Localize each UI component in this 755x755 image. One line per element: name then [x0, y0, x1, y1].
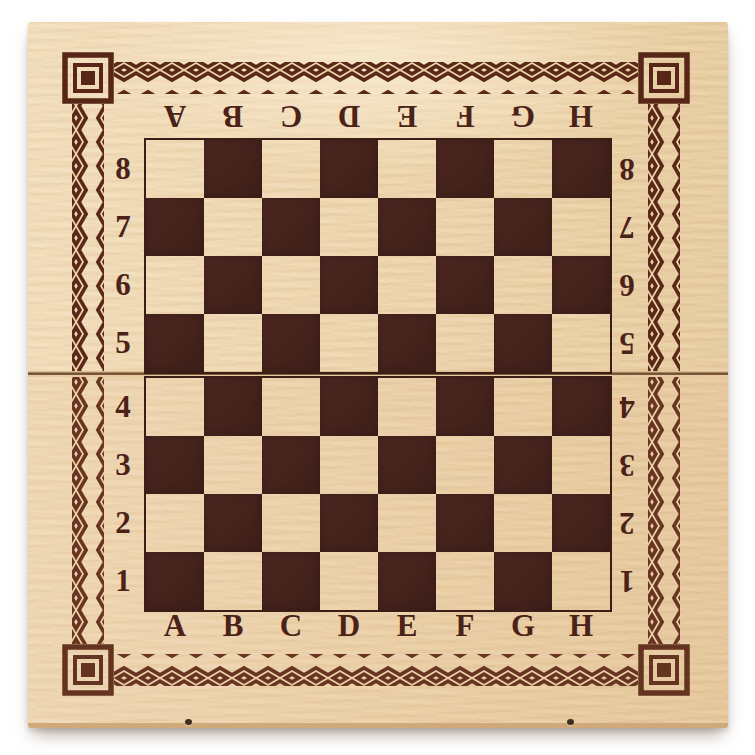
file-label-c-bottom: C — [262, 608, 320, 644]
square-b4[interactable] — [204, 378, 262, 436]
file-label-e-bottom: E — [378, 608, 436, 644]
square-d5[interactable] — [320, 314, 378, 372]
square-c3[interactable] — [262, 436, 320, 494]
square-f3[interactable] — [436, 436, 494, 494]
square-c5[interactable] — [262, 314, 320, 372]
corner-ornament-bottom-right — [641, 647, 687, 693]
square-e4[interactable] — [378, 378, 436, 436]
file-label-f-bottom: F — [436, 608, 494, 644]
file-label-b-top: B — [204, 98, 262, 134]
square-h1[interactable] — [552, 552, 610, 610]
file-label-c-top: C — [262, 98, 320, 134]
square-h7[interactable] — [552, 198, 610, 256]
file-label-h-bottom: H — [552, 608, 610, 644]
file-label-e-top: E — [378, 98, 436, 134]
rank-label-6-right: 6 — [610, 256, 644, 314]
braid-band-top — [114, 62, 638, 94]
square-h3[interactable] — [552, 436, 610, 494]
square-b6[interactable] — [204, 256, 262, 314]
file-label-b-bottom: B — [204, 608, 262, 644]
square-a6[interactable] — [146, 256, 204, 314]
board-half-top — [144, 138, 612, 374]
square-f5[interactable] — [436, 314, 494, 372]
square-e5[interactable] — [378, 314, 436, 372]
square-f8[interactable] — [436, 140, 494, 198]
rank-label-6-left: 6 — [106, 256, 140, 314]
square-a5[interactable] — [146, 314, 204, 372]
board-half-bottom — [144, 376, 612, 612]
square-b8[interactable] — [204, 140, 262, 198]
file-label-h-top: H — [552, 98, 610, 134]
braid-band-bottom — [114, 654, 638, 686]
rank-label-5-right: 5 — [610, 314, 644, 372]
rank-label-3-right: 3 — [610, 436, 644, 494]
corner-ornament-top-right — [641, 55, 687, 101]
square-a8[interactable] — [146, 140, 204, 198]
file-labels-bottom: ABCDEFGH — [146, 608, 610, 644]
file-label-g-bottom: G — [494, 608, 552, 644]
square-a2[interactable] — [146, 494, 204, 552]
square-a4[interactable] — [146, 378, 204, 436]
square-g5[interactable] — [494, 314, 552, 372]
square-c8[interactable] — [262, 140, 320, 198]
square-d2[interactable] — [320, 494, 378, 552]
corner-ornament-top-left — [65, 55, 111, 101]
square-g7[interactable] — [494, 198, 552, 256]
rank-label-8-right: 8 — [610, 140, 644, 198]
square-c7[interactable] — [262, 198, 320, 256]
square-f2[interactable] — [436, 494, 494, 552]
square-f4[interactable] — [436, 378, 494, 436]
square-g1[interactable] — [494, 552, 552, 610]
square-g2[interactable] — [494, 494, 552, 552]
rank-label-1-right: 1 — [610, 552, 644, 610]
file-label-d-bottom: D — [320, 608, 378, 644]
square-d7[interactable] — [320, 198, 378, 256]
square-d1[interactable] — [320, 552, 378, 610]
hinge-pin — [567, 719, 574, 725]
square-h5[interactable] — [552, 314, 610, 372]
square-e6[interactable] — [378, 256, 436, 314]
square-g3[interactable] — [494, 436, 552, 494]
square-c6[interactable] — [262, 256, 320, 314]
rank-label-7-left: 7 — [106, 198, 140, 256]
file-labels-top: ABCDEFGH — [146, 98, 610, 134]
square-f7[interactable] — [436, 198, 494, 256]
square-h2[interactable] — [552, 494, 610, 552]
square-d4[interactable] — [320, 378, 378, 436]
square-g6[interactable] — [494, 256, 552, 314]
square-h4[interactable] — [552, 378, 610, 436]
file-label-a-bottom: A — [146, 608, 204, 644]
square-b5[interactable] — [204, 314, 262, 372]
file-label-d-top: D — [320, 98, 378, 134]
square-b3[interactable] — [204, 436, 262, 494]
square-c2[interactable] — [262, 494, 320, 552]
square-e8[interactable] — [378, 140, 436, 198]
square-h8[interactable] — [552, 140, 610, 198]
file-label-g-top: G — [494, 98, 552, 134]
square-g4[interactable] — [494, 378, 552, 436]
square-c1[interactable] — [262, 552, 320, 610]
rank-label-3-left: 3 — [106, 436, 140, 494]
photo-background: ABCDEFGH ABCDEFGH 87654321 87654321 — [0, 0, 755, 755]
square-b1[interactable] — [204, 552, 262, 610]
file-label-a-top: A — [146, 98, 204, 134]
rank-label-2-left: 2 — [106, 494, 140, 552]
rank-label-1-left: 1 — [106, 552, 140, 610]
square-a3[interactable] — [146, 436, 204, 494]
square-e1[interactable] — [378, 552, 436, 610]
rank-label-7-right: 7 — [610, 198, 644, 256]
wooden-chessboard-box: ABCDEFGH ABCDEFGH 87654321 87654321 — [28, 22, 728, 728]
square-e2[interactable] — [378, 494, 436, 552]
square-h6[interactable] — [552, 256, 610, 314]
square-a7[interactable] — [146, 198, 204, 256]
file-label-f-top: F — [436, 98, 494, 134]
rank-label-2-right: 2 — [610, 494, 644, 552]
square-f1[interactable] — [436, 552, 494, 610]
square-g8[interactable] — [494, 140, 552, 198]
square-b7[interactable] — [204, 198, 262, 256]
square-e3[interactable] — [378, 436, 436, 494]
square-a1[interactable] — [146, 552, 204, 610]
square-b2[interactable] — [204, 494, 262, 552]
rank-label-4-left: 4 — [106, 378, 140, 436]
rank-label-8-left: 8 — [106, 140, 140, 198]
hinge-pin — [185, 719, 192, 725]
corner-ornament-bottom-left — [65, 647, 111, 693]
rank-label-4-right: 4 — [610, 378, 644, 436]
square-d3[interactable] — [320, 436, 378, 494]
square-d8[interactable] — [320, 140, 378, 198]
square-c4[interactable] — [262, 378, 320, 436]
square-e7[interactable] — [378, 198, 436, 256]
square-f6[interactable] — [436, 256, 494, 314]
square-d6[interactable] — [320, 256, 378, 314]
rank-label-5-left: 5 — [106, 314, 140, 372]
